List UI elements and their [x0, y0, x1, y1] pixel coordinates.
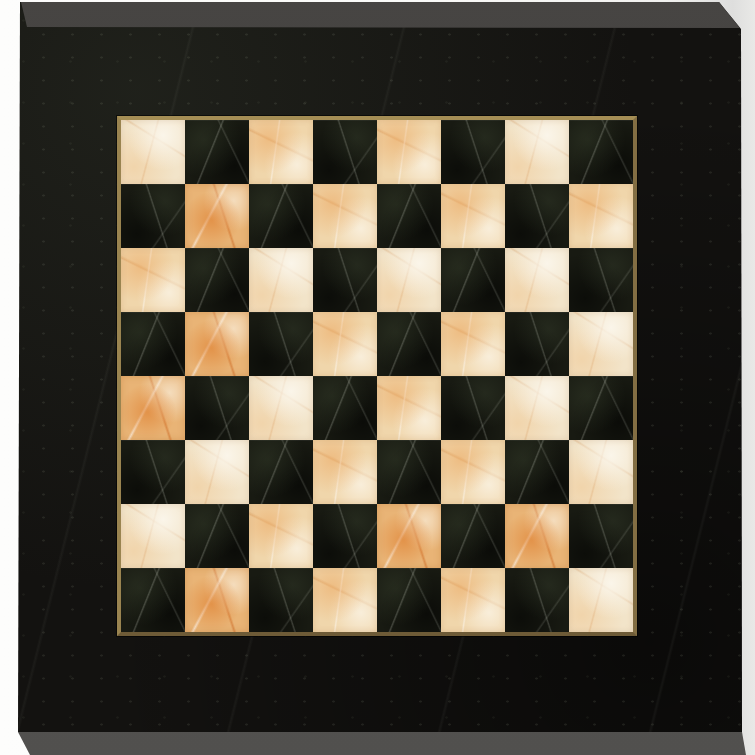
square-f1[interactable] [441, 568, 505, 632]
square-d8[interactable] [313, 120, 377, 184]
square-f5[interactable] [441, 312, 505, 376]
square-c3[interactable] [249, 440, 313, 504]
square-g2[interactable] [505, 504, 569, 568]
square-g1[interactable] [505, 568, 569, 632]
square-g6[interactable] [505, 248, 569, 312]
square-c1[interactable] [249, 568, 313, 632]
square-f8[interactable] [441, 120, 505, 184]
square-a3[interactable] [121, 440, 185, 504]
square-c8[interactable] [249, 120, 313, 184]
square-g4[interactable] [505, 376, 569, 440]
square-h4[interactable] [569, 376, 633, 440]
square-b5[interactable] [185, 312, 249, 376]
square-b4[interactable] [185, 376, 249, 440]
square-b1[interactable] [185, 568, 249, 632]
square-c7[interactable] [249, 184, 313, 248]
photo-background [0, 0, 755, 755]
square-a7[interactable] [121, 184, 185, 248]
square-g7[interactable] [505, 184, 569, 248]
square-f4[interactable] [441, 376, 505, 440]
square-b8[interactable] [185, 120, 249, 184]
square-c4[interactable] [249, 376, 313, 440]
square-f7[interactable] [441, 184, 505, 248]
square-b6[interactable] [185, 248, 249, 312]
square-d6[interactable] [313, 248, 377, 312]
square-c2[interactable] [249, 504, 313, 568]
square-d4[interactable] [313, 376, 377, 440]
square-e5[interactable] [377, 312, 441, 376]
square-c5[interactable] [249, 312, 313, 376]
square-e6[interactable] [377, 248, 441, 312]
square-g5[interactable] [505, 312, 569, 376]
square-a5[interactable] [121, 312, 185, 376]
square-a2[interactable] [121, 504, 185, 568]
square-e3[interactable] [377, 440, 441, 504]
square-e1[interactable] [377, 568, 441, 632]
square-d1[interactable] [313, 568, 377, 632]
square-f6[interactable] [441, 248, 505, 312]
square-b7[interactable] [185, 184, 249, 248]
square-a4[interactable] [121, 376, 185, 440]
square-d2[interactable] [313, 504, 377, 568]
square-d7[interactable] [313, 184, 377, 248]
square-h2[interactable] [569, 504, 633, 568]
square-f2[interactable] [441, 504, 505, 568]
square-b3[interactable] [185, 440, 249, 504]
square-a1[interactable] [121, 568, 185, 632]
square-e4[interactable] [377, 376, 441, 440]
square-h1[interactable] [569, 568, 633, 632]
square-h3[interactable] [569, 440, 633, 504]
square-d3[interactable] [313, 440, 377, 504]
square-a6[interactable] [121, 248, 185, 312]
square-d5[interactable] [313, 312, 377, 376]
square-a8[interactable] [121, 120, 185, 184]
square-h6[interactable] [569, 248, 633, 312]
square-g8[interactable] [505, 120, 569, 184]
square-e2[interactable] [377, 504, 441, 568]
square-e8[interactable] [377, 120, 441, 184]
square-h8[interactable] [569, 120, 633, 184]
chess-board [117, 116, 637, 636]
square-h5[interactable] [569, 312, 633, 376]
square-h7[interactable] [569, 184, 633, 248]
square-b2[interactable] [185, 504, 249, 568]
square-e7[interactable] [377, 184, 441, 248]
square-g3[interactable] [505, 440, 569, 504]
square-c6[interactable] [249, 248, 313, 312]
square-f3[interactable] [441, 440, 505, 504]
